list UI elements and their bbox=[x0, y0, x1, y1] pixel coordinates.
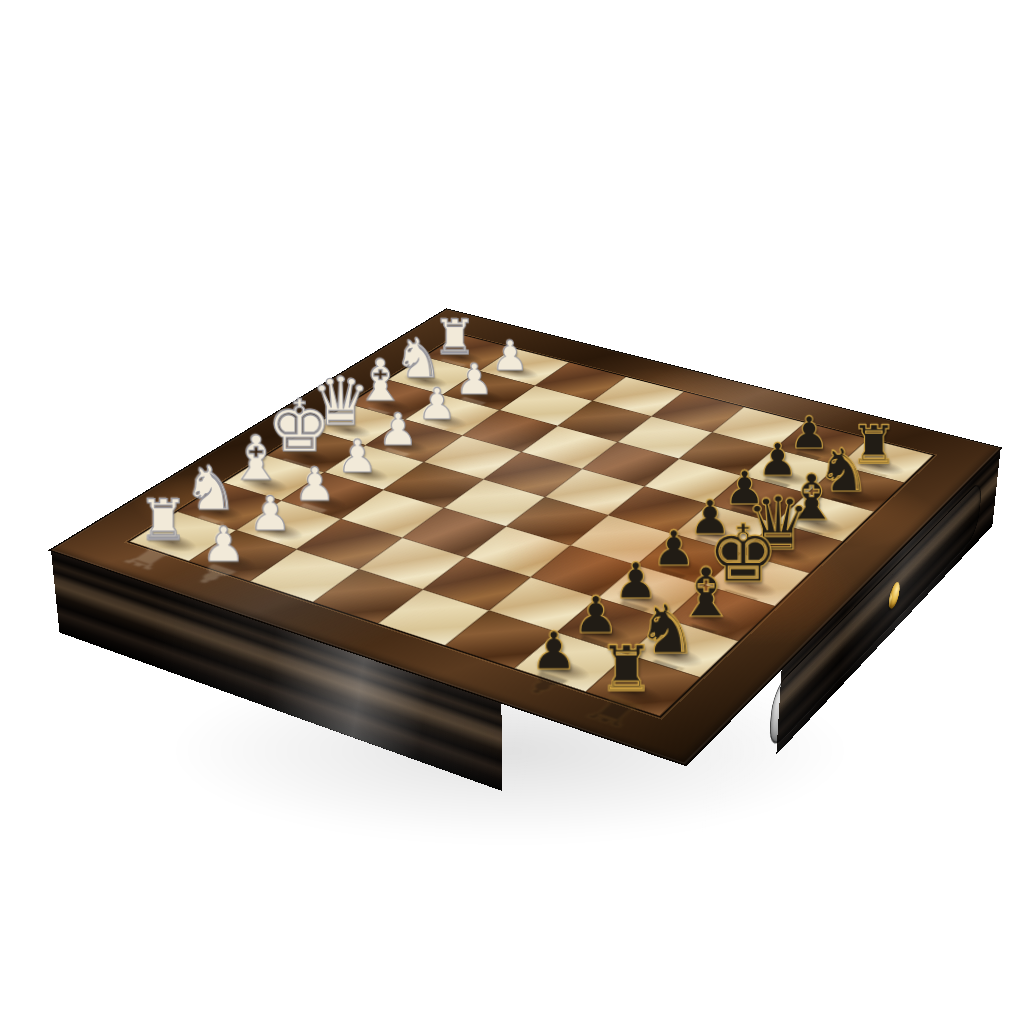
chess-box: ♜♜♞♞♝♝♛♛♚♚♝♝♞♞♜♜♟♟♟♟♟♟♟♟♟♟♟♟♟♟♟♟♟♟♟♟♟♟♟♟… bbox=[51, 309, 1001, 764]
white-pawn[interactable]: ♟ bbox=[294, 461, 336, 507]
white-rook[interactable]: ♜ bbox=[138, 493, 188, 549]
white-pawn[interactable]: ♟ bbox=[417, 382, 456, 425]
white-pawn[interactable]: ♟ bbox=[378, 407, 418, 451]
black-pawn[interactable]: ♟ bbox=[530, 624, 577, 677]
scene: ♜♜♞♞♝♝♛♛♚♚♝♝♞♞♜♜♟♟♟♟♟♟♟♟♟♟♟♟♟♟♟♟♟♟♟♟♟♟♟♟… bbox=[0, 0, 1024, 1024]
white-pawn[interactable]: ♟ bbox=[337, 433, 378, 478]
white-pawn[interactable]: ♟ bbox=[249, 490, 292, 537]
square-d5[interactable] bbox=[545, 469, 644, 515]
white-pawn[interactable]: ♟ bbox=[201, 520, 245, 569]
board-top: ♜♜♞♞♝♝♛♛♚♚♝♝♞♞♜♜♟♟♟♟♟♟♟♟♟♟♟♟♟♟♟♟♟♟♟♟♟♟♟♟… bbox=[51, 309, 1001, 764]
product-photo: ♜♜♞♞♝♝♛♛♚♚♝♝♞♞♜♜♟♟♟♟♟♟♟♟♟♟♟♟♟♟♟♟♟♟♟♟♟♟♟♟… bbox=[0, 0, 1024, 1024]
white-pawn[interactable]: ♟ bbox=[455, 358, 493, 400]
white-knight[interactable]: ♞ bbox=[183, 457, 238, 518]
square-h8[interactable]: ♜♜ bbox=[586, 654, 700, 716]
black-rook[interactable]: ♜ bbox=[598, 638, 654, 701]
white-pawn[interactable]: ♟ bbox=[491, 335, 528, 377]
